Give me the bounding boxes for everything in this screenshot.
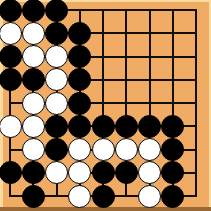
stone-white[interactable] bbox=[92, 138, 115, 161]
stone-black[interactable] bbox=[161, 185, 184, 208]
stone-white[interactable] bbox=[0, 115, 22, 138]
stone-white[interactable] bbox=[22, 115, 45, 138]
stone-white[interactable] bbox=[22, 45, 45, 68]
stone-black[interactable] bbox=[22, 0, 45, 22]
stone-black[interactable] bbox=[0, 161, 22, 184]
stone-white[interactable] bbox=[138, 138, 161, 161]
stone-white[interactable] bbox=[68, 185, 91, 208]
stone-black[interactable] bbox=[22, 185, 45, 208]
stone-white[interactable] bbox=[138, 161, 161, 184]
stone-black[interactable] bbox=[0, 45, 22, 68]
stone-black[interactable] bbox=[161, 161, 184, 184]
stone-black[interactable] bbox=[22, 161, 45, 184]
go-board[interactable] bbox=[0, 0, 211, 211]
stone-white[interactable] bbox=[115, 138, 138, 161]
grid-line-vertical bbox=[195, 9, 197, 197]
stone-black[interactable] bbox=[161, 138, 184, 161]
stone-black[interactable] bbox=[68, 22, 91, 45]
stone-white[interactable] bbox=[0, 22, 22, 45]
stone-black[interactable] bbox=[45, 0, 68, 22]
stone-black[interactable] bbox=[68, 45, 91, 68]
stone-white[interactable] bbox=[45, 161, 68, 184]
stone-black[interactable] bbox=[92, 115, 115, 138]
stone-black[interactable] bbox=[68, 115, 91, 138]
stone-black[interactable] bbox=[0, 68, 22, 91]
stone-white[interactable] bbox=[22, 22, 45, 45]
stone-black[interactable] bbox=[115, 161, 138, 184]
stone-black[interactable] bbox=[115, 115, 138, 138]
stone-white[interactable] bbox=[45, 92, 68, 115]
stone-white[interactable] bbox=[22, 138, 45, 161]
board-edge-right bbox=[209, 0, 211, 211]
stone-black[interactable] bbox=[68, 68, 91, 91]
stone-black[interactable] bbox=[45, 115, 68, 138]
stone-white[interactable] bbox=[138, 185, 161, 208]
stone-black[interactable] bbox=[92, 161, 115, 184]
stone-white[interactable] bbox=[68, 138, 91, 161]
stone-black[interactable] bbox=[45, 22, 68, 45]
stone-white[interactable] bbox=[45, 45, 68, 68]
stone-white[interactable] bbox=[45, 68, 68, 91]
stone-black[interactable] bbox=[138, 115, 161, 138]
stone-black[interactable] bbox=[0, 0, 22, 22]
stone-white[interactable] bbox=[68, 161, 91, 184]
stone-black[interactable] bbox=[22, 68, 45, 91]
stone-black[interactable] bbox=[68, 92, 91, 115]
stone-black[interactable] bbox=[45, 138, 68, 161]
stone-black[interactable] bbox=[92, 185, 115, 208]
stone-white[interactable] bbox=[22, 92, 45, 115]
stone-black[interactable] bbox=[161, 115, 184, 138]
board-edge-bottom bbox=[0, 207, 211, 211]
